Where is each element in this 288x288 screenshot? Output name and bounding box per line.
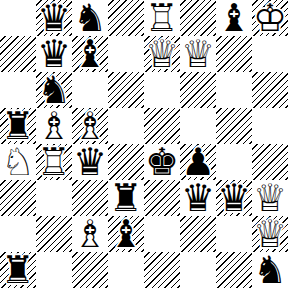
chess-board: ♛♞♜♖♝♚♔♛♝♛♕♛♕♞♜♝♗♝♗♞♘♜♖♛♚♟♜♛♛♛♕♝♗♝♛♕♜♞ (0, 0, 288, 288)
black-knight[interactable]: ♞ (252, 252, 288, 288)
square-d7[interactable] (108, 36, 144, 72)
square-c7[interactable]: ♝ (72, 36, 108, 72)
piece-outline-layer: ♕ (252, 180, 288, 216)
square-f8[interactable] (180, 0, 216, 36)
square-g7[interactable] (216, 36, 252, 72)
square-a5[interactable]: ♜ (0, 108, 36, 144)
piece-outline-layer: ♔ (252, 0, 288, 36)
square-c8[interactable]: ♞ (72, 0, 108, 36)
piece-outline-layer: ♖ (144, 0, 180, 36)
square-c3[interactable] (72, 180, 108, 216)
piece-outline-layer: ♗ (72, 216, 108, 252)
piece-outline-layer: ♗ (72, 108, 108, 144)
square-c4[interactable]: ♛ (72, 144, 108, 180)
square-d5[interactable] (108, 108, 144, 144)
square-g2[interactable] (216, 216, 252, 252)
white-rook[interactable]: ♜♖ (36, 144, 72, 180)
square-e4[interactable]: ♚ (144, 144, 180, 180)
black-queen[interactable]: ♛ (36, 36, 72, 72)
square-f1[interactable] (180, 252, 216, 288)
square-g3[interactable]: ♛ (216, 180, 252, 216)
square-f5[interactable] (180, 108, 216, 144)
square-h1[interactable]: ♞ (252, 252, 288, 288)
square-a7[interactable] (0, 36, 36, 72)
square-d4[interactable] (108, 144, 144, 180)
black-bishop[interactable]: ♝ (72, 36, 108, 72)
square-b7[interactable]: ♛ (36, 36, 72, 72)
square-e7[interactable]: ♛♕ (144, 36, 180, 72)
black-queen[interactable]: ♛ (180, 180, 216, 216)
black-knight[interactable]: ♞ (36, 72, 72, 108)
white-knight[interactable]: ♞♘ (0, 144, 36, 180)
white-queen[interactable]: ♛♕ (180, 36, 216, 72)
piece-outline-layer: ♗ (36, 108, 72, 144)
square-e1[interactable] (144, 252, 180, 288)
square-g6[interactable] (216, 72, 252, 108)
square-b2[interactable] (36, 216, 72, 252)
square-d8[interactable] (108, 0, 144, 36)
piece-outline-layer: ♕ (180, 36, 216, 72)
square-h4[interactable] (252, 144, 288, 180)
square-b4[interactable]: ♜♖ (36, 144, 72, 180)
square-b1[interactable] (36, 252, 72, 288)
square-c6[interactable] (72, 72, 108, 108)
square-g5[interactable] (216, 108, 252, 144)
square-d3[interactable]: ♜ (108, 180, 144, 216)
black-pawn[interactable]: ♟ (180, 144, 216, 180)
square-f4[interactable]: ♟ (180, 144, 216, 180)
square-h2[interactable]: ♛♕ (252, 216, 288, 252)
white-king[interactable]: ♚♔ (252, 0, 288, 36)
white-queen[interactable]: ♛♕ (252, 180, 288, 216)
piece-outline-layer: ♕ (144, 36, 180, 72)
white-queen[interactable]: ♛♕ (144, 36, 180, 72)
square-g1[interactable] (216, 252, 252, 288)
black-rook[interactable]: ♜ (0, 108, 36, 144)
square-c1[interactable] (72, 252, 108, 288)
square-h5[interactable] (252, 108, 288, 144)
square-f3[interactable]: ♛ (180, 180, 216, 216)
square-b5[interactable]: ♝♗ (36, 108, 72, 144)
square-h3[interactable]: ♛♕ (252, 180, 288, 216)
black-rook[interactable]: ♜ (0, 252, 36, 288)
square-a3[interactable] (0, 180, 36, 216)
square-h8[interactable]: ♚♔ (252, 0, 288, 36)
square-e8[interactable]: ♜♖ (144, 0, 180, 36)
black-knight[interactable]: ♞ (72, 0, 108, 36)
square-f7[interactable]: ♛♕ (180, 36, 216, 72)
square-c5[interactable]: ♝♗ (72, 108, 108, 144)
square-a6[interactable] (0, 72, 36, 108)
black-queen[interactable]: ♛ (72, 144, 108, 180)
square-h7[interactable] (252, 36, 288, 72)
white-bishop[interactable]: ♝♗ (36, 108, 72, 144)
piece-outline-layer: ♘ (0, 144, 36, 180)
square-e2[interactable] (144, 216, 180, 252)
square-a1[interactable]: ♜ (0, 252, 36, 288)
square-a8[interactable] (0, 0, 36, 36)
white-rook[interactable]: ♜♖ (144, 0, 180, 36)
square-a4[interactable]: ♞♘ (0, 144, 36, 180)
square-b8[interactable]: ♛ (36, 0, 72, 36)
black-bishop[interactable]: ♝ (216, 0, 252, 36)
square-c2[interactable]: ♝♗ (72, 216, 108, 252)
white-queen[interactable]: ♛♕ (252, 216, 288, 252)
square-d1[interactable] (108, 252, 144, 288)
square-e5[interactable] (144, 108, 180, 144)
piece-outline-layer: ♖ (36, 144, 72, 180)
piece-outline-layer: ♕ (252, 216, 288, 252)
square-d2[interactable]: ♝ (108, 216, 144, 252)
square-h6[interactable] (252, 72, 288, 108)
square-b3[interactable] (36, 180, 72, 216)
square-g8[interactable]: ♝ (216, 0, 252, 36)
square-b6[interactable]: ♞ (36, 72, 72, 108)
black-queen[interactable]: ♛ (216, 180, 252, 216)
white-bishop[interactable]: ♝♗ (72, 108, 108, 144)
square-e3[interactable] (144, 180, 180, 216)
square-d6[interactable] (108, 72, 144, 108)
black-bishop[interactable]: ♝ (108, 216, 144, 252)
black-queen[interactable]: ♛ (36, 0, 72, 36)
white-bishop[interactable]: ♝♗ (72, 216, 108, 252)
square-a2[interactable] (0, 216, 36, 252)
square-g4[interactable] (216, 144, 252, 180)
black-king[interactable]: ♚ (144, 144, 180, 180)
square-f6[interactable] (180, 72, 216, 108)
square-e6[interactable] (144, 72, 180, 108)
black-rook[interactable]: ♜ (108, 180, 144, 216)
square-f2[interactable] (180, 216, 216, 252)
